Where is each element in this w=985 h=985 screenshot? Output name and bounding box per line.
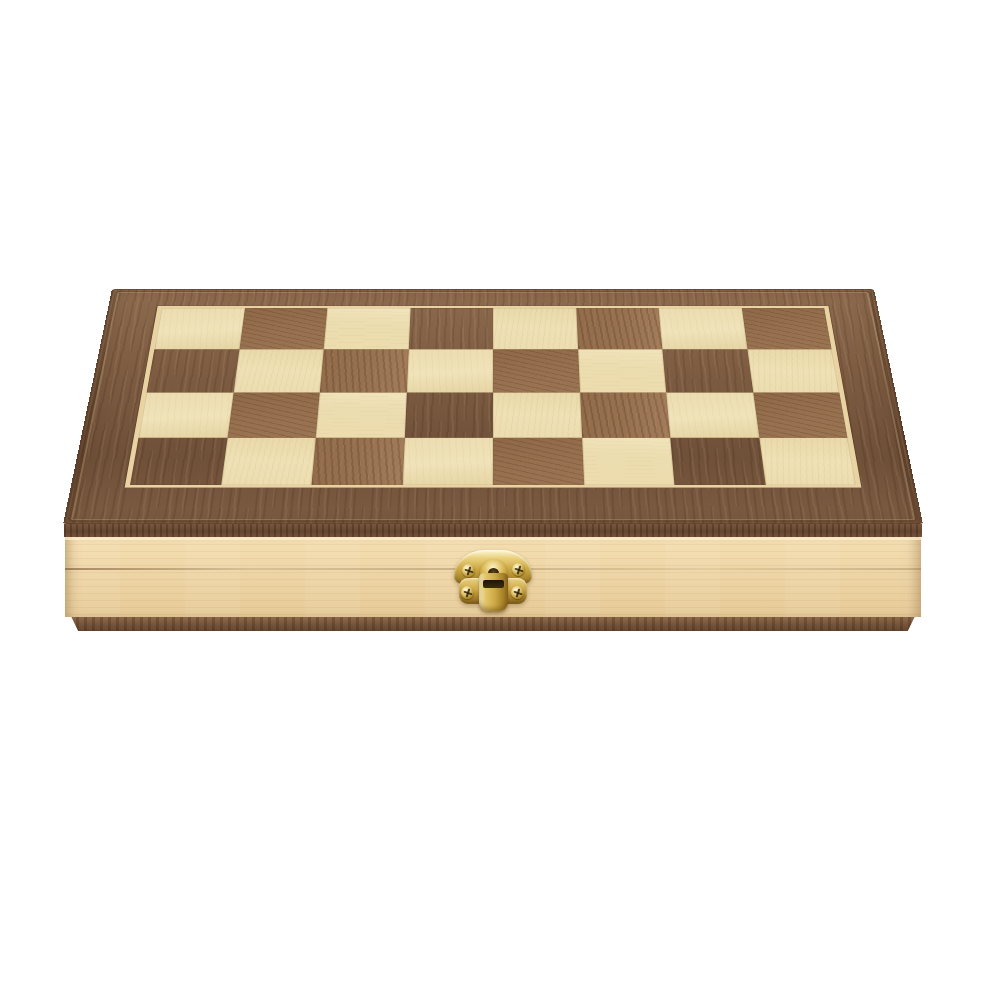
board-square [239,308,327,349]
board-square [576,308,663,349]
board-square [233,349,323,392]
chess-board [125,306,862,488]
latch-screw [511,586,524,599]
board-square [320,349,409,392]
chess-box [64,287,922,631]
board-square [670,438,765,485]
board-square [666,393,759,438]
board-square [402,438,493,485]
board-square [582,438,675,485]
board-square [138,393,233,438]
board-square [154,308,244,349]
board-square [408,308,493,349]
board-square [406,349,493,392]
board-square [580,393,671,438]
board-square [221,438,316,485]
box-front-side [65,537,921,617]
board-square [311,438,404,485]
board-square [662,349,752,392]
board-square [147,349,239,392]
board-square [493,349,580,392]
board-square [493,438,584,485]
board-square [493,393,582,438]
latch-slot [483,580,504,588]
board-square [741,308,831,349]
pine-top-highlight [65,537,921,540]
board-square [316,393,407,438]
box-bottom-edge [68,617,918,631]
board-square [227,393,320,438]
board-square [578,349,667,392]
board-square [404,393,493,438]
photo-background [0,0,985,985]
board-square [324,308,411,349]
board-square [659,308,747,349]
lid-front-edge [64,524,922,537]
brass-latch [452,548,536,616]
board-square [130,438,227,485]
latch-screw [461,586,474,599]
latch-screw [462,564,475,577]
board-square [753,393,848,438]
box-lid-top [63,289,923,524]
latch-screw [512,563,525,576]
latch-tongue [479,573,508,611]
board-square [493,308,578,349]
board-square [747,349,839,392]
board-square [759,438,856,485]
